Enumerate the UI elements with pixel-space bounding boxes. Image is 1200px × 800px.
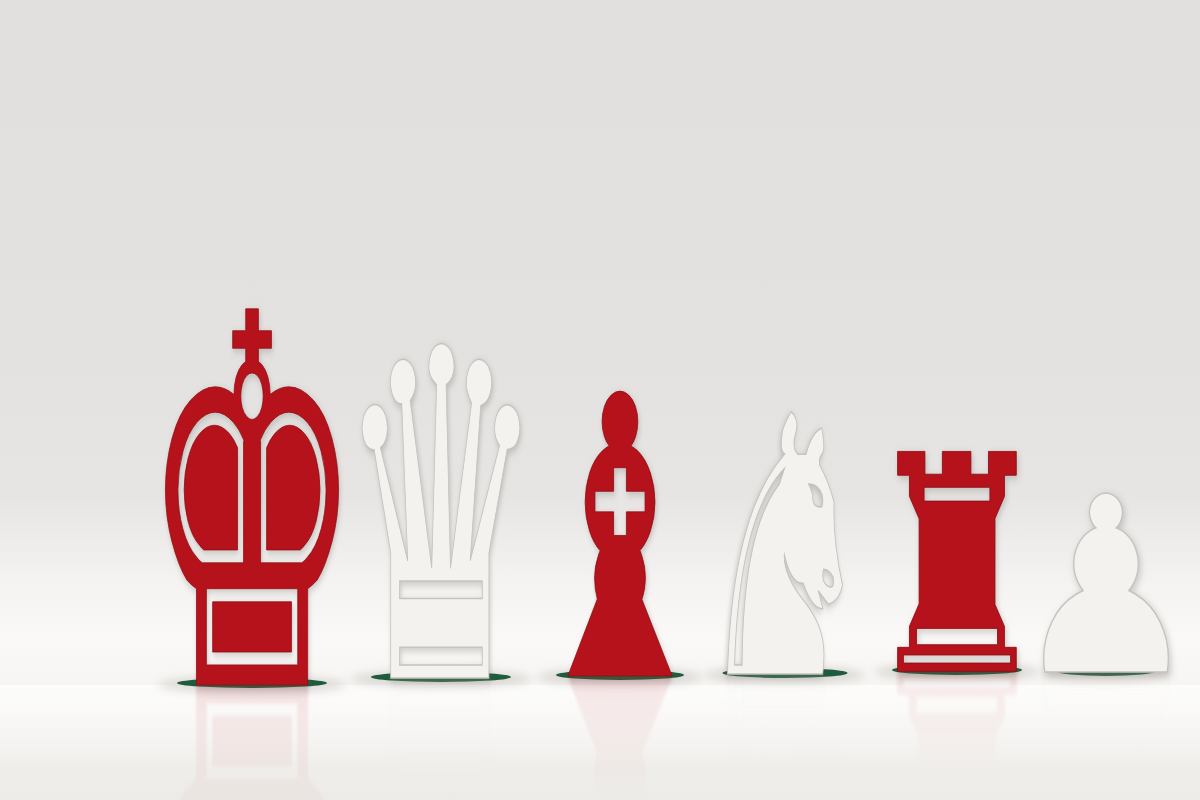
knight-icon: ♞ [695, 371, 875, 730]
queen-icon: ♛ [336, 291, 545, 749]
bishop-icon: ♝ [520, 346, 719, 736]
pawn-icon: ♟ [1013, 465, 1200, 710]
photo-backdrop: ♚ ♚ ♛ ♛ ♝ ♝ ♞ ♞ ♜ ♜ ♟ ♟ [0, 0, 1200, 800]
king-icon: ♚ [141, 249, 363, 764]
